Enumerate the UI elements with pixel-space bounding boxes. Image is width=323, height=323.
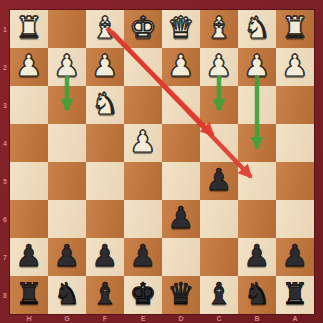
white-pawn-a2: ♟	[282, 47, 309, 85]
square-b8[interactable]: ♞	[238, 276, 276, 314]
square-g4[interactable]	[48, 124, 86, 162]
square-h5[interactable]	[10, 162, 48, 200]
black-pawn-h7: ♟	[16, 237, 43, 275]
file-labels: HGFEDCBA	[10, 314, 314, 323]
square-a3[interactable]	[276, 86, 314, 124]
white-bishop-f1: ♝	[92, 9, 119, 47]
square-b7[interactable]: ♟	[238, 238, 276, 276]
white-pawn-e4: ♟	[130, 123, 157, 161]
white-king-e1: ♚	[130, 9, 157, 47]
square-a6[interactable]	[276, 200, 314, 238]
square-b3[interactable]	[238, 86, 276, 124]
file-label-c: C	[200, 314, 238, 323]
white-rook-a1: ♜	[282, 9, 309, 47]
black-pawn-a7: ♟	[282, 237, 309, 275]
black-bishop-f8: ♝	[92, 275, 119, 313]
square-f5[interactable]	[86, 162, 124, 200]
rank-label-5: 5	[0, 162, 10, 200]
black-queen-d8: ♛	[168, 275, 195, 313]
square-h8[interactable]: ♜	[10, 276, 48, 314]
square-h3[interactable]	[10, 86, 48, 124]
white-knight-b1: ♞	[244, 9, 271, 47]
white-pawn-b2: ♟	[244, 47, 271, 85]
square-e6[interactable]	[124, 200, 162, 238]
rank-label-3: 3	[0, 86, 10, 124]
chess-board-frame: 12345678 HGFEDCBA ♜♝♚♛♝♞♜♟♟♟♟♟♟♟♞♟♟♟♟♟♟♟…	[0, 0, 323, 323]
rank-label-7: 7	[0, 238, 10, 276]
white-bishop-c1: ♝	[206, 9, 233, 47]
square-g7[interactable]: ♟	[48, 238, 86, 276]
square-f3[interactable]: ♞	[86, 86, 124, 124]
square-c8[interactable]: ♝	[200, 276, 238, 314]
rank-label-1: 1	[0, 10, 10, 48]
white-pawn-d2: ♟	[168, 47, 195, 85]
square-e5[interactable]	[124, 162, 162, 200]
square-e1[interactable]: ♚	[124, 10, 162, 48]
white-knight-f3: ♞	[92, 85, 119, 123]
square-h4[interactable]	[10, 124, 48, 162]
square-d1[interactable]: ♛	[162, 10, 200, 48]
square-e3[interactable]	[124, 86, 162, 124]
square-f4[interactable]	[86, 124, 124, 162]
square-c6[interactable]	[200, 200, 238, 238]
square-f6[interactable]	[86, 200, 124, 238]
white-pawn-c2: ♟	[206, 47, 233, 85]
black-pawn-b7: ♟	[244, 237, 271, 275]
square-d8[interactable]: ♛	[162, 276, 200, 314]
rank-label-6: 6	[0, 200, 10, 238]
white-queen-d1: ♛	[168, 9, 195, 47]
square-d6[interactable]: ♟	[162, 200, 200, 238]
square-f7[interactable]: ♟	[86, 238, 124, 276]
white-pawn-f2: ♟	[92, 47, 119, 85]
white-pawn-g2: ♟	[54, 47, 81, 85]
square-g2[interactable]: ♟	[48, 48, 86, 86]
file-label-d: D	[162, 314, 200, 323]
black-rook-h8: ♜	[16, 275, 43, 313]
file-label-a: A	[276, 314, 314, 323]
square-a4[interactable]	[276, 124, 314, 162]
square-g8[interactable]: ♞	[48, 276, 86, 314]
square-a7[interactable]: ♟	[276, 238, 314, 276]
black-pawn-d6: ♟	[168, 199, 195, 237]
square-d3[interactable]	[162, 86, 200, 124]
square-c3[interactable]	[200, 86, 238, 124]
square-h6[interactable]	[10, 200, 48, 238]
square-g6[interactable]	[48, 200, 86, 238]
black-pawn-c5: ♟	[206, 161, 233, 199]
square-e7[interactable]: ♟	[124, 238, 162, 276]
square-h1[interactable]: ♜	[10, 10, 48, 48]
square-e8[interactable]: ♚	[124, 276, 162, 314]
rank-label-2: 2	[0, 48, 10, 86]
square-c7[interactable]	[200, 238, 238, 276]
square-h2[interactable]: ♟	[10, 48, 48, 86]
square-a1[interactable]: ♜	[276, 10, 314, 48]
file-label-h: H	[10, 314, 48, 323]
square-b1[interactable]: ♞	[238, 10, 276, 48]
file-label-e: E	[124, 314, 162, 323]
white-pawn-h2: ♟	[16, 47, 43, 85]
square-c4[interactable]	[200, 124, 238, 162]
square-g1[interactable]	[48, 10, 86, 48]
rank-label-8: 8	[0, 276, 10, 314]
square-c1[interactable]: ♝	[200, 10, 238, 48]
square-g3[interactable]	[48, 86, 86, 124]
black-pawn-g7: ♟	[54, 237, 81, 275]
black-knight-g8: ♞	[54, 275, 81, 313]
square-c5[interactable]: ♟	[200, 162, 238, 200]
square-a8[interactable]: ♜	[276, 276, 314, 314]
square-a2[interactable]: ♟	[276, 48, 314, 86]
square-c2[interactable]: ♟	[200, 48, 238, 86]
square-h7[interactable]: ♟	[10, 238, 48, 276]
rank-label-4: 4	[0, 124, 10, 162]
square-f2[interactable]: ♟	[86, 48, 124, 86]
square-d2[interactable]: ♟	[162, 48, 200, 86]
square-e2[interactable]	[124, 48, 162, 86]
square-d5[interactable]	[162, 162, 200, 200]
square-b5[interactable]	[238, 162, 276, 200]
square-a5[interactable]	[276, 162, 314, 200]
square-d7[interactable]	[162, 238, 200, 276]
file-label-g: G	[48, 314, 86, 323]
square-f8[interactable]: ♝	[86, 276, 124, 314]
square-e4[interactable]: ♟	[124, 124, 162, 162]
square-b4[interactable]	[238, 124, 276, 162]
file-label-b: B	[238, 314, 276, 323]
square-b6[interactable]	[238, 200, 276, 238]
black-rook-a8: ♜	[282, 275, 309, 313]
chess-board[interactable]: ♜♝♚♛♝♞♜♟♟♟♟♟♟♟♞♟♟♟♟♟♟♟♟♟♜♞♝♚♛♝♞♜	[10, 10, 314, 314]
black-bishop-c8: ♝	[206, 275, 233, 313]
white-rook-h1: ♜	[16, 9, 43, 47]
square-d4[interactable]	[162, 124, 200, 162]
rank-labels: 12345678	[0, 10, 10, 314]
square-g5[interactable]	[48, 162, 86, 200]
square-f1[interactable]: ♝	[86, 10, 124, 48]
black-pawn-e7: ♟	[130, 237, 157, 275]
file-label-f: F	[86, 314, 124, 323]
black-knight-b8: ♞	[244, 275, 271, 313]
square-b2[interactable]: ♟	[238, 48, 276, 86]
black-king-e8: ♚	[130, 275, 157, 313]
black-pawn-f7: ♟	[92, 237, 119, 275]
